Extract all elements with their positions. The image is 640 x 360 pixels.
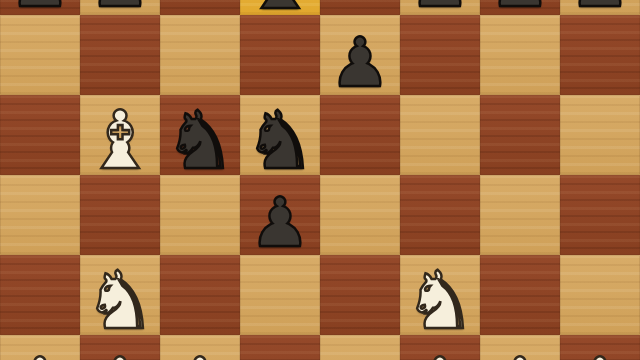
square-a3[interactable] <box>0 255 80 335</box>
square-b5[interactable]: ♝ <box>80 95 160 175</box>
square-g2[interactable]: ♟ <box>480 335 560 360</box>
square-a2[interactable]: ♟ <box>0 335 80 360</box>
white-pawn-b2[interactable]: ♟ <box>90 349 151 360</box>
square-c4[interactable] <box>160 175 240 255</box>
chess-board-viewport: ♟♟♝♟♟♟♟♝♞♞♟♞♞♟♟♟♟♟♟ <box>0 0 640 360</box>
square-b2[interactable]: ♟ <box>80 335 160 360</box>
square-c2[interactable]: ♟ <box>160 335 240 360</box>
square-d7[interactable]: ♝ <box>240 0 320 15</box>
white-knight-f3[interactable]: ♞ <box>404 261 476 341</box>
square-g5[interactable] <box>480 95 560 175</box>
square-h7[interactable]: ♟ <box>560 0 640 15</box>
square-g6[interactable] <box>480 15 560 95</box>
square-a7[interactable]: ♟ <box>0 0 80 15</box>
square-f3[interactable]: ♞ <box>400 255 480 335</box>
white-pawn-h2[interactable]: ♟ <box>570 349 631 360</box>
square-h4[interactable] <box>560 175 640 255</box>
square-c5[interactable]: ♞ <box>160 95 240 175</box>
white-knight-b3[interactable]: ♞ <box>84 261 156 341</box>
square-b7[interactable]: ♟ <box>80 0 160 15</box>
square-d4[interactable]: ♟ <box>240 175 320 255</box>
square-e4[interactable] <box>320 175 400 255</box>
black-knight-c5[interactable]: ♞ <box>164 101 236 181</box>
black-pawn-d4[interactable]: ♟ <box>250 189 311 257</box>
square-d6[interactable] <box>240 15 320 95</box>
square-g4[interactable] <box>480 175 560 255</box>
black-pawn-e6[interactable]: ♟ <box>330 29 391 97</box>
square-a4[interactable] <box>0 175 80 255</box>
square-c3[interactable] <box>160 255 240 335</box>
square-e5[interactable] <box>320 95 400 175</box>
square-h3[interactable] <box>560 255 640 335</box>
square-a6[interactable] <box>0 15 80 95</box>
square-c7[interactable] <box>160 0 240 15</box>
square-h2[interactable]: ♟ <box>560 335 640 360</box>
square-e6[interactable]: ♟ <box>320 15 400 95</box>
square-g7[interactable]: ♟ <box>480 0 560 15</box>
square-h5[interactable] <box>560 95 640 175</box>
white-pawn-g2[interactable]: ♟ <box>490 349 551 360</box>
white-pawn-c2[interactable]: ♟ <box>170 349 231 360</box>
square-d5[interactable]: ♞ <box>240 95 320 175</box>
square-e3[interactable] <box>320 255 400 335</box>
square-b6[interactable] <box>80 15 160 95</box>
square-f6[interactable] <box>400 15 480 95</box>
white-bishop-b5[interactable]: ♝ <box>84 101 156 181</box>
square-e2[interactable] <box>320 335 400 360</box>
square-c6[interactable] <box>160 15 240 95</box>
square-d3[interactable] <box>240 255 320 335</box>
square-a5[interactable] <box>0 95 80 175</box>
square-f5[interactable] <box>400 95 480 175</box>
square-e7[interactable] <box>320 0 400 15</box>
square-f7[interactable]: ♟ <box>400 0 480 15</box>
square-g3[interactable] <box>480 255 560 335</box>
black-knight-d5[interactable]: ♞ <box>244 101 316 181</box>
square-f2[interactable]: ♟ <box>400 335 480 360</box>
square-d2[interactable] <box>240 335 320 360</box>
chess-board: ♟♟♝♟♟♟♟♝♞♞♟♞♞♟♟♟♟♟♟ <box>0 0 640 360</box>
square-b4[interactable] <box>80 175 160 255</box>
white-pawn-a2[interactable]: ♟ <box>10 349 71 360</box>
white-pawn-f2[interactable]: ♟ <box>410 349 471 360</box>
square-h6[interactable] <box>560 15 640 95</box>
square-f4[interactable] <box>400 175 480 255</box>
square-b3[interactable]: ♞ <box>80 255 160 335</box>
